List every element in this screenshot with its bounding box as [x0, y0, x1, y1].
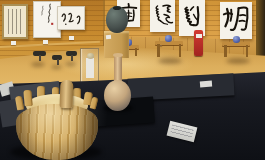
framed-calligraphy-wide	[57, 6, 85, 30]
rim-strip	[23, 90, 32, 107]
case-pedestal	[86, 58, 94, 78]
fire-extinguisher-cabinet	[194, 30, 203, 56]
calligraphy-panel-2	[150, 0, 175, 32]
caption-faint-text	[170, 124, 194, 138]
bench-leg	[246, 45, 249, 57]
calligraphy-panel-4	[220, 2, 252, 39]
caption-card	[106, 35, 111, 39]
case-ceramic-piece	[87, 53, 94, 59]
blue-vase	[165, 35, 172, 42]
stand-stem	[39, 55, 41, 61]
caption-card	[43, 40, 48, 44]
bench-leg	[179, 44, 182, 57]
stand-stem	[71, 55, 73, 61]
kanji-cursive	[220, 2, 252, 39]
bench-leg	[224, 45, 227, 57]
blue-vase	[233, 36, 240, 43]
rim-strip	[90, 96, 99, 109]
exhibition-room-photo	[0, 0, 265, 160]
floor-display-stand	[52, 55, 62, 64]
caption-card	[69, 36, 74, 40]
display-bench	[155, 41, 183, 57]
stand-stem	[57, 59, 59, 65]
display-bench	[222, 42, 250, 57]
bench-leg	[157, 44, 160, 57]
dense-text-columns	[7, 9, 23, 34]
floor-reflection	[65, 62, 76, 66]
lid-handle	[60, 80, 74, 108]
dark-ceramic-jar	[106, 6, 128, 33]
floor-reflection	[158, 58, 182, 64]
cursive-strokes	[58, 7, 84, 33]
caption-card	[11, 41, 16, 45]
floor-reflection	[51, 65, 62, 69]
rim-strip	[15, 95, 24, 110]
jar-mouth	[113, 6, 121, 10]
framed-calligraphy-dense	[2, 4, 28, 39]
bench-leg	[135, 48, 138, 56]
floor-display-stand	[33, 51, 46, 62]
caption-card	[200, 81, 212, 88]
kanji-cursive-dense	[150, 0, 175, 32]
extinguisher-label	[196, 34, 202, 38]
vase-body	[104, 80, 131, 111]
lidded-ceramic-jar	[16, 80, 98, 160]
floor-reflection	[31, 62, 45, 67]
gourd-vase	[103, 54, 133, 114]
floor-display-stand	[66, 51, 77, 61]
dark-doorway	[256, 0, 265, 58]
floor-reflection	[226, 58, 250, 64]
